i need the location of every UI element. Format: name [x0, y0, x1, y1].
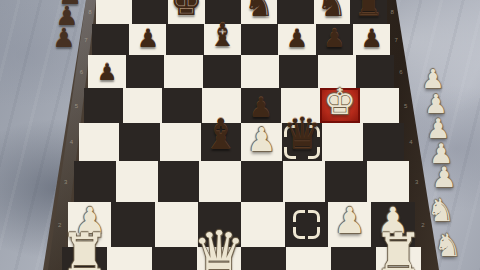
black-pawn-e5[interactable]: ♟	[249, 94, 273, 121]
pieces: ♚♞♞♜♟♝♟♟♟♟♟♚♝♟♛♟♟♟♜♛♜	[0, 0, 480, 270]
black-pawn-a6[interactable]: ♟	[97, 61, 118, 84]
white-pawn-g2[interactable]: ♟	[333, 203, 365, 239]
white-queen-d1[interactable]: ♛	[193, 223, 246, 270]
chess-game-window: 1122334455667788 ♟♟♟♟♟♞♞♟♟♟ ♚♞♞♜♟♝♟♟♟♟♟♚…	[0, 0, 480, 270]
white-king-g5[interactable]: ♚	[324, 84, 356, 120]
black-king-c8[interactable]: ♚	[170, 0, 202, 21]
black-pawn-g7[interactable]: ♟	[323, 26, 345, 51]
white-pawn-e4[interactable]: ♟	[247, 123, 277, 156]
white-rook-h1[interactable]: ♜	[373, 226, 423, 270]
black-knight-g8[interactable]: ♞	[317, 0, 347, 21]
black-pawn-h7[interactable]: ♟	[360, 26, 382, 51]
black-pawn-f7[interactable]: ♟	[286, 26, 308, 51]
black-queen-f4[interactable]: ♛	[282, 112, 321, 156]
black-bishop-d4[interactable]: ♝	[202, 114, 240, 156]
white-rook-a1[interactable]: ♜	[59, 226, 109, 270]
black-rook-h8[interactable]: ♜	[353, 0, 383, 21]
black-bishop-d7[interactable]: ♝	[208, 19, 237, 51]
black-knight-e8[interactable]: ♞	[244, 0, 274, 21]
black-pawn-b7[interactable]: ♟	[137, 26, 159, 51]
